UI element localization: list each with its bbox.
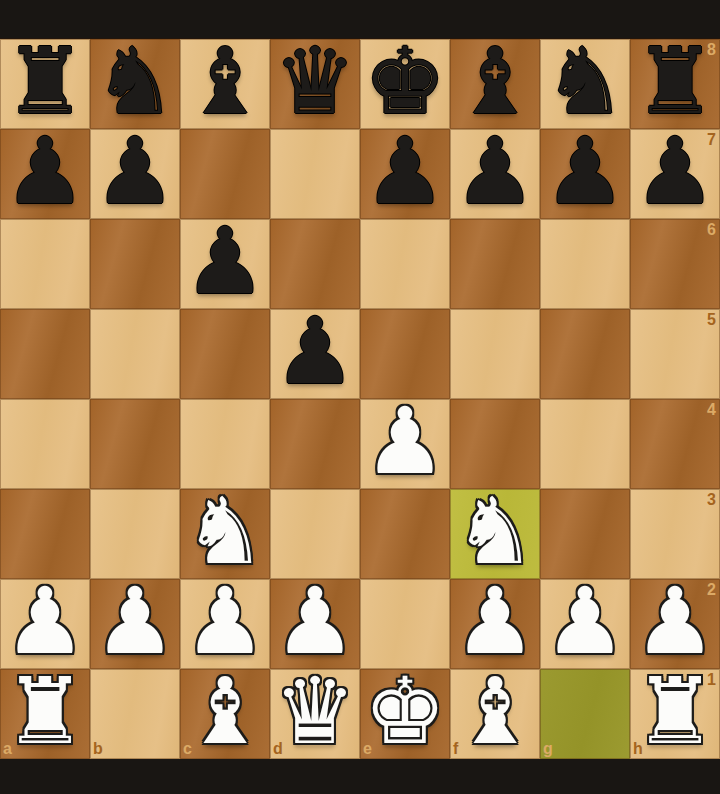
- square-b8[interactable]: ♞: [90, 39, 180, 129]
- file-label-f: f: [453, 741, 458, 757]
- file-label-c: c: [183, 741, 192, 757]
- square-b3[interactable]: [90, 489, 180, 579]
- square-b6[interactable]: [90, 219, 180, 309]
- rank-label-4: 4: [707, 402, 716, 418]
- square-d2[interactable]: ♟: [270, 579, 360, 669]
- square-d1[interactable]: ♛d: [270, 669, 360, 759]
- black-pawn-piece[interactable]: ♟: [94, 127, 176, 217]
- black-pawn-piece[interactable]: ♟: [274, 307, 356, 397]
- square-d6[interactable]: [270, 219, 360, 309]
- square-g8[interactable]: ♞: [540, 39, 630, 129]
- rank-label-2: 2: [707, 582, 716, 598]
- file-label-b: b: [93, 741, 103, 757]
- square-e8[interactable]: ♚: [360, 39, 450, 129]
- square-h5[interactable]: 5: [630, 309, 720, 399]
- white-pawn-piece[interactable]: ♟: [184, 577, 266, 667]
- square-h6[interactable]: 6: [630, 219, 720, 309]
- square-a6[interactable]: [0, 219, 90, 309]
- square-f6[interactable]: [450, 219, 540, 309]
- file-label-a: a: [3, 741, 12, 757]
- square-c8[interactable]: ♝: [180, 39, 270, 129]
- white-rook-piece[interactable]: ♜: [634, 667, 716, 757]
- rank-label-5: 5: [707, 312, 716, 328]
- square-a8[interactable]: ♜: [0, 39, 90, 129]
- square-b7[interactable]: ♟: [90, 129, 180, 219]
- square-g6[interactable]: [540, 219, 630, 309]
- square-g4[interactable]: [540, 399, 630, 489]
- square-h4[interactable]: 4: [630, 399, 720, 489]
- square-h8[interactable]: ♜8: [630, 39, 720, 129]
- rank-label-3: 3: [707, 492, 716, 508]
- rank-label-7: 7: [707, 132, 716, 148]
- white-pawn-piece[interactable]: ♟: [94, 577, 176, 667]
- file-label-e: e: [363, 741, 372, 757]
- square-e2[interactable]: [360, 579, 450, 669]
- square-d4[interactable]: [270, 399, 360, 489]
- square-g5[interactable]: [540, 309, 630, 399]
- white-knight-piece[interactable]: ♞: [454, 487, 536, 577]
- square-b4[interactable]: [90, 399, 180, 489]
- square-e6[interactable]: [360, 219, 450, 309]
- square-f7[interactable]: ♟: [450, 129, 540, 219]
- square-f5[interactable]: [450, 309, 540, 399]
- file-label-h: h: [633, 741, 643, 757]
- square-e3[interactable]: [360, 489, 450, 579]
- square-a2[interactable]: ♟: [0, 579, 90, 669]
- square-g2[interactable]: ♟: [540, 579, 630, 669]
- square-c7[interactable]: [180, 129, 270, 219]
- square-f2[interactable]: ♟: [450, 579, 540, 669]
- square-f8[interactable]: ♝: [450, 39, 540, 129]
- white-pawn-piece[interactable]: ♟: [544, 577, 626, 667]
- white-king-piece[interactable]: ♚: [364, 667, 446, 757]
- white-bishop-piece[interactable]: ♝: [184, 667, 266, 757]
- white-pawn-piece[interactable]: ♟: [274, 577, 356, 667]
- square-g3[interactable]: [540, 489, 630, 579]
- black-pawn-piece[interactable]: ♟: [4, 127, 86, 217]
- white-rook-piece[interactable]: ♜: [4, 667, 86, 757]
- square-h1[interactable]: ♜1h: [630, 669, 720, 759]
- rank-label-1: 1: [707, 672, 716, 688]
- square-h7[interactable]: ♟7: [630, 129, 720, 219]
- bottom-bar: [0, 759, 720, 794]
- white-pawn-piece[interactable]: ♟: [454, 577, 536, 667]
- square-b5[interactable]: [90, 309, 180, 399]
- black-rook-piece[interactable]: ♜: [634, 37, 716, 127]
- square-f1[interactable]: ♝f: [450, 669, 540, 759]
- square-g1[interactable]: g: [540, 669, 630, 759]
- black-pawn-piece[interactable]: ♟: [184, 217, 266, 307]
- square-c3[interactable]: ♞: [180, 489, 270, 579]
- square-d5[interactable]: ♟: [270, 309, 360, 399]
- black-queen-piece[interactable]: ♛: [274, 37, 356, 127]
- black-rook-piece[interactable]: ♜: [4, 37, 86, 127]
- white-queen-piece[interactable]: ♛: [274, 667, 356, 757]
- black-pawn-piece[interactable]: ♟: [364, 127, 446, 217]
- white-knight-piece[interactable]: ♞: [184, 487, 266, 577]
- square-g7[interactable]: ♟: [540, 129, 630, 219]
- square-c2[interactable]: ♟: [180, 579, 270, 669]
- black-bishop-piece[interactable]: ♝: [184, 37, 266, 127]
- black-pawn-piece[interactable]: ♟: [634, 127, 716, 217]
- square-h3[interactable]: 3: [630, 489, 720, 579]
- square-e7[interactable]: ♟: [360, 129, 450, 219]
- square-e1[interactable]: ♚e: [360, 669, 450, 759]
- square-b1[interactable]: b: [90, 669, 180, 759]
- app-background: ♜♞♝♛♚♝♞♜8♟♟♟♟♟♟7♟6♟5♟4♞♞3♟♟♟♟♟♟♟2♜ab♝c♛d…: [0, 0, 720, 794]
- square-d7[interactable]: [270, 129, 360, 219]
- white-pawn-piece[interactable]: ♟: [634, 577, 716, 667]
- chess-board: ♜♞♝♛♚♝♞♜8♟♟♟♟♟♟7♟6♟5♟4♞♞3♟♟♟♟♟♟♟2♜ab♝c♛d…: [0, 39, 720, 759]
- square-d3[interactable]: [270, 489, 360, 579]
- square-c5[interactable]: [180, 309, 270, 399]
- white-pawn-piece[interactable]: ♟: [364, 397, 446, 487]
- square-a1[interactable]: ♜a: [0, 669, 90, 759]
- square-d8[interactable]: ♛: [270, 39, 360, 129]
- black-pawn-piece[interactable]: ♟: [544, 127, 626, 217]
- square-b2[interactable]: ♟: [90, 579, 180, 669]
- white-bishop-piece[interactable]: ♝: [454, 667, 536, 757]
- square-c1[interactable]: ♝c: [180, 669, 270, 759]
- square-f3[interactable]: ♞: [450, 489, 540, 579]
- rank-label-6: 6: [707, 222, 716, 238]
- square-c4[interactable]: [180, 399, 270, 489]
- black-bishop-piece[interactable]: ♝: [454, 37, 536, 127]
- square-h2[interactable]: ♟2: [630, 579, 720, 669]
- black-knight-piece[interactable]: ♞: [94, 37, 176, 127]
- square-a4[interactable]: [0, 399, 90, 489]
- file-label-g: g: [543, 741, 553, 757]
- square-e4[interactable]: ♟: [360, 399, 450, 489]
- white-pawn-piece[interactable]: ♟: [4, 577, 86, 667]
- square-f4[interactable]: [450, 399, 540, 489]
- black-knight-piece[interactable]: ♞: [544, 37, 626, 127]
- black-pawn-piece[interactable]: ♟: [454, 127, 536, 217]
- file-label-d: d: [273, 741, 283, 757]
- square-a3[interactable]: [0, 489, 90, 579]
- square-a5[interactable]: [0, 309, 90, 399]
- square-e5[interactable]: [360, 309, 450, 399]
- rank-label-8: 8: [707, 42, 716, 58]
- square-c6[interactable]: ♟: [180, 219, 270, 309]
- square-a7[interactable]: ♟: [0, 129, 90, 219]
- black-king-piece[interactable]: ♚: [364, 37, 446, 127]
